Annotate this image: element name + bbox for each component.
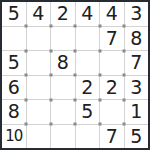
cell-empty[interactable] (27, 27, 51, 51)
cell-empty[interactable] (27, 76, 51, 100)
cell-clue[interactable]: 3 (125, 2, 149, 26)
cell-clue[interactable]: 7 (125, 51, 149, 75)
cell-clue[interactable]: 7 (100, 125, 124, 149)
cell-clue[interactable]: 4 (100, 2, 124, 26)
cell-empty[interactable] (51, 76, 75, 100)
cell-clue[interactable]: 10 (2, 125, 26, 149)
cell-clue[interactable]: 5 (125, 125, 149, 149)
cell-empty[interactable] (2, 27, 26, 51)
cell-empty[interactable] (27, 51, 51, 75)
cell-empty[interactable] (51, 100, 75, 124)
cell-empty[interactable] (51, 27, 75, 51)
cell-clue[interactable]: 6 (2, 76, 26, 100)
cell-clue[interactable]: 8 (2, 100, 26, 124)
cell-clue[interactable]: 3 (125, 76, 149, 100)
cell-clue[interactable]: 8 (125, 27, 149, 51)
cell-clue[interactable]: 4 (76, 2, 100, 26)
cell-clue[interactable]: 2 (100, 76, 124, 100)
cell-empty[interactable] (27, 125, 51, 149)
cell-empty[interactable] (76, 125, 100, 149)
cell-clue[interactable]: 1 (125, 100, 149, 124)
cell-clue[interactable]: 5 (2, 2, 26, 26)
cell-clue[interactable]: 2 (51, 2, 75, 26)
cell-clue[interactable]: 5 (2, 51, 26, 75)
cell-clue[interactable]: 8 (51, 51, 75, 75)
cell-empty[interactable] (76, 51, 100, 75)
cell-clue[interactable]: 4 (27, 2, 51, 26)
cell-empty[interactable] (100, 100, 124, 124)
puzzle-board: 5424437858762238511075 (0, 0, 150, 150)
cell-clue[interactable]: 7 (100, 27, 124, 51)
cell-clue[interactable]: 2 (76, 76, 100, 100)
cell-empty[interactable] (76, 27, 100, 51)
cell-empty[interactable] (51, 125, 75, 149)
cell-empty[interactable] (100, 51, 124, 75)
cell-empty[interactable] (27, 100, 51, 124)
cell-clue[interactable]: 5 (76, 100, 100, 124)
